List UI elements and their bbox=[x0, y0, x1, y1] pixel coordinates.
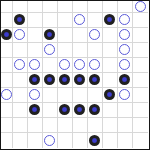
cell-r4c3[interactable] bbox=[28, 43, 43, 58]
cell-r4c8[interactable] bbox=[103, 43, 118, 58]
black-pearl bbox=[104, 14, 115, 25]
black-pearl bbox=[74, 74, 85, 85]
cell-r6c4[interactable] bbox=[43, 73, 58, 88]
cell-r2c6[interactable] bbox=[73, 13, 88, 28]
cell-r3c3[interactable] bbox=[28, 28, 43, 43]
cell-r9c4[interactable] bbox=[43, 118, 58, 133]
black-pearl bbox=[59, 104, 70, 115]
cell-r1c9[interactable] bbox=[118, 1, 133, 13]
cell-r1c3[interactable] bbox=[28, 1, 43, 13]
cell-r5c9[interactable] bbox=[118, 58, 133, 73]
puzzle-board bbox=[0, 0, 150, 150]
cell-r7c6[interactable] bbox=[73, 88, 88, 103]
cell-r10c2[interactable] bbox=[13, 133, 28, 148]
cell-r9c5[interactable] bbox=[58, 118, 73, 133]
cell-r4c5[interactable] bbox=[58, 43, 73, 58]
white-pearl bbox=[119, 14, 130, 25]
black-pearl bbox=[44, 74, 55, 85]
cell-r5c8[interactable] bbox=[103, 58, 118, 73]
cell-r10c10[interactable] bbox=[133, 133, 148, 148]
cell-r7c8[interactable] bbox=[103, 88, 118, 103]
cell-r8c8[interactable] bbox=[103, 103, 118, 118]
white-pearl bbox=[44, 44, 55, 55]
cell-r5c4[interactable] bbox=[43, 58, 58, 73]
cell-r2c5[interactable] bbox=[58, 13, 73, 28]
cell-r7c4[interactable] bbox=[43, 88, 58, 103]
cell-r6c2[interactable] bbox=[13, 73, 28, 88]
white-pearl bbox=[119, 29, 130, 40]
cell-r7c3[interactable] bbox=[28, 88, 43, 103]
cell-r8c5[interactable] bbox=[58, 103, 73, 118]
white-pearl bbox=[119, 89, 130, 100]
cell-r6c3[interactable] bbox=[28, 73, 43, 88]
white-pearl bbox=[59, 59, 70, 70]
cell-r5c6[interactable] bbox=[73, 58, 88, 73]
white-pearl bbox=[14, 29, 25, 40]
white-pearl bbox=[44, 135, 55, 146]
cell-r1c4[interactable] bbox=[43, 1, 58, 13]
cell-r2c7[interactable] bbox=[88, 13, 103, 28]
white-pearl bbox=[74, 14, 85, 25]
cell-r6c8[interactable] bbox=[103, 73, 118, 88]
cell-r1c7[interactable] bbox=[88, 1, 103, 13]
cell-r6c9[interactable] bbox=[118, 73, 133, 88]
cell-r8c3[interactable] bbox=[28, 103, 43, 118]
cell-r2c2[interactable] bbox=[13, 13, 28, 28]
cell-r10c3[interactable] bbox=[28, 133, 43, 148]
cell-r9c3[interactable] bbox=[28, 118, 43, 133]
cell-r3c9[interactable] bbox=[118, 28, 133, 43]
cell-r8c10[interactable] bbox=[133, 103, 148, 118]
white-pearl bbox=[29, 89, 40, 100]
black-pearl bbox=[89, 74, 100, 85]
black-pearl bbox=[29, 104, 40, 115]
cell-r1c8[interactable] bbox=[103, 1, 118, 13]
white-pearl bbox=[1, 89, 12, 100]
black-pearl bbox=[89, 135, 100, 146]
cell-r9c6[interactable] bbox=[73, 118, 88, 133]
white-pearl bbox=[89, 59, 100, 70]
black-pearl bbox=[14, 14, 25, 25]
cell-r8c1[interactable] bbox=[1, 103, 13, 118]
cell-r7c7[interactable] bbox=[88, 88, 103, 103]
cell-r6c5[interactable] bbox=[58, 73, 73, 88]
cell-r2c4[interactable] bbox=[43, 13, 58, 28]
cell-r7c2[interactable] bbox=[13, 88, 28, 103]
white-pearl bbox=[119, 59, 130, 70]
cell-r6c7[interactable] bbox=[88, 73, 103, 88]
cell-r10c7[interactable] bbox=[88, 133, 103, 148]
cell-r4c1[interactable] bbox=[1, 43, 13, 58]
cell-r7c1[interactable] bbox=[1, 88, 13, 103]
cell-r3c7[interactable] bbox=[88, 28, 103, 43]
cell-r4c9[interactable] bbox=[118, 43, 133, 58]
white-pearl bbox=[74, 59, 85, 70]
cell-r5c3[interactable] bbox=[28, 58, 43, 73]
cell-r4c7[interactable] bbox=[88, 43, 103, 58]
cell-r10c1[interactable] bbox=[1, 133, 13, 148]
cell-r1c5[interactable] bbox=[58, 1, 73, 13]
cell-r4c4[interactable] bbox=[43, 43, 58, 58]
cell-r2c3[interactable] bbox=[28, 13, 43, 28]
cell-r2c8[interactable] bbox=[103, 13, 118, 28]
cell-r8c4[interactable] bbox=[43, 103, 58, 118]
cell-r5c5[interactable] bbox=[58, 58, 73, 73]
cell-r8c2[interactable] bbox=[13, 103, 28, 118]
cell-r4c10[interactable] bbox=[133, 43, 148, 58]
black-pearl bbox=[59, 74, 70, 85]
white-pearl bbox=[119, 44, 130, 55]
black-pearl bbox=[1, 29, 12, 40]
cell-r3c5[interactable] bbox=[58, 28, 73, 43]
cell-r5c1[interactable] bbox=[1, 58, 13, 73]
cell-r1c2[interactable] bbox=[13, 1, 28, 13]
cell-r9c1[interactable] bbox=[1, 118, 13, 133]
cell-r10c9[interactable] bbox=[118, 133, 133, 148]
white-pearl bbox=[135, 1, 146, 12]
cell-r6c1[interactable] bbox=[1, 73, 13, 88]
black-pearl bbox=[104, 89, 115, 100]
cell-r9c2[interactable] bbox=[13, 118, 28, 133]
cell-r4c2[interactable] bbox=[13, 43, 28, 58]
cell-r3c1[interactable] bbox=[1, 28, 13, 43]
black-pearl bbox=[74, 104, 85, 115]
cell-r1c10[interactable] bbox=[133, 1, 148, 13]
cell-r9c10[interactable] bbox=[133, 118, 148, 133]
cell-r3c2[interactable] bbox=[13, 28, 28, 43]
cell-r7c9[interactable] bbox=[118, 88, 133, 103]
cell-r6c10[interactable] bbox=[133, 73, 148, 88]
cell-r2c9[interactable] bbox=[118, 13, 133, 28]
black-pearl bbox=[44, 29, 55, 40]
cell-r8c9[interactable] bbox=[118, 103, 133, 118]
cell-r3c10[interactable] bbox=[133, 28, 148, 43]
black-pearl bbox=[119, 74, 130, 85]
cell-r10c4[interactable] bbox=[43, 133, 58, 148]
black-pearl bbox=[89, 104, 100, 115]
cell-r1c6[interactable] bbox=[73, 1, 88, 13]
cell-r7c5[interactable] bbox=[58, 88, 73, 103]
cell-r7c10[interactable] bbox=[133, 88, 148, 103]
cell-r3c6[interactable] bbox=[73, 28, 88, 43]
cell-r8c6[interactable] bbox=[73, 103, 88, 118]
cell-r3c4[interactable] bbox=[43, 28, 58, 43]
cell-r10c5[interactable] bbox=[58, 133, 73, 148]
cell-r9c8[interactable] bbox=[103, 118, 118, 133]
cell-r10c8[interactable] bbox=[103, 133, 118, 148]
cell-r6c6[interactable] bbox=[73, 73, 88, 88]
cell-r2c1[interactable] bbox=[1, 13, 13, 28]
white-pearl bbox=[89, 29, 100, 40]
cell-r4c6[interactable] bbox=[73, 43, 88, 58]
cell-r5c7[interactable] bbox=[88, 58, 103, 73]
cell-r5c2[interactable] bbox=[13, 58, 28, 73]
cell-r5c10[interactable] bbox=[133, 58, 148, 73]
cell-r3c8[interactable] bbox=[103, 28, 118, 43]
cell-r1c1[interactable] bbox=[1, 1, 13, 13]
cell-r9c7[interactable] bbox=[88, 118, 103, 133]
black-pearl bbox=[29, 74, 40, 85]
cell-r9c9[interactable] bbox=[118, 118, 133, 133]
cell-r2c10[interactable] bbox=[133, 13, 148, 28]
white-pearl bbox=[29, 59, 40, 70]
cell-r8c7[interactable] bbox=[88, 103, 103, 118]
cell-r10c6[interactable] bbox=[73, 133, 88, 148]
white-pearl bbox=[14, 59, 25, 70]
